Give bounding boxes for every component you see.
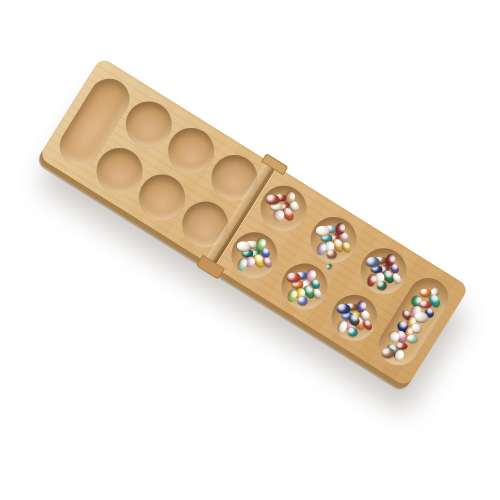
product-photo-scene <box>0 0 500 500</box>
stone <box>298 297 308 306</box>
stone <box>396 343 408 350</box>
stone <box>262 256 274 269</box>
stone <box>336 303 351 314</box>
stone <box>315 225 330 236</box>
stone <box>348 328 358 337</box>
stone <box>365 257 380 268</box>
stone <box>341 241 353 254</box>
stone <box>412 324 422 333</box>
stone <box>406 335 417 343</box>
stone <box>327 250 337 259</box>
stone <box>391 272 403 285</box>
stone <box>312 287 324 300</box>
stone <box>265 194 280 205</box>
stone <box>381 348 394 358</box>
stone <box>377 281 387 290</box>
mancala-board <box>39 57 470 387</box>
stone <box>237 257 249 272</box>
stone <box>325 263 332 270</box>
stone <box>236 241 251 252</box>
stone <box>286 272 301 283</box>
stone <box>362 319 374 332</box>
